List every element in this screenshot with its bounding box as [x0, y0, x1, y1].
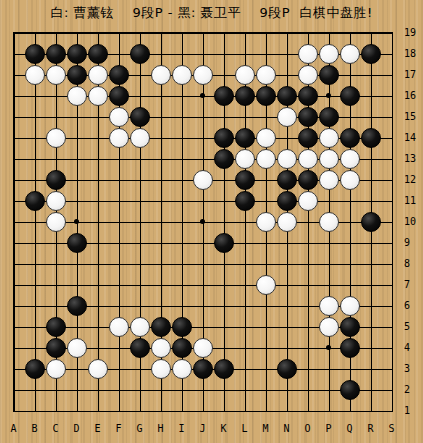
white-stone [235, 149, 255, 169]
column-label: H [150, 421, 171, 437]
column-label: Q [339, 421, 360, 437]
white-stone [193, 65, 213, 85]
black-stone [67, 233, 87, 253]
white-stone [109, 107, 129, 127]
column-label: C [45, 421, 66, 437]
black-stone [214, 149, 234, 169]
black-stone [235, 170, 255, 190]
black-stone [235, 86, 255, 106]
black-stone [130, 44, 150, 64]
white-stone [319, 149, 339, 169]
black-stone [298, 86, 318, 106]
column-label: P [318, 421, 339, 437]
black-stone [25, 44, 45, 64]
row-label: 13 [399, 148, 423, 169]
row-label: 5 [399, 316, 423, 337]
row-label: 16 [399, 85, 423, 106]
white-stone [235, 65, 255, 85]
white-stone [151, 65, 171, 85]
column-label: R [360, 421, 381, 437]
white-stone [193, 338, 213, 358]
black-stone [109, 65, 129, 85]
column-label: M [255, 421, 276, 437]
white-stone [88, 65, 108, 85]
white-stone [340, 170, 360, 190]
star-point-icon [74, 219, 79, 224]
row-label: 3 [399, 358, 423, 379]
white-stone [340, 296, 360, 316]
black-stone [46, 317, 66, 337]
row-label: 1 [399, 400, 423, 421]
star-point-icon [200, 219, 205, 224]
white-stone [256, 149, 276, 169]
column-label: E [87, 421, 108, 437]
column-label: O [297, 421, 318, 437]
black-stone [340, 86, 360, 106]
black-stone [67, 44, 87, 64]
white-stone [109, 128, 129, 148]
black-stone [25, 191, 45, 211]
black-stone [214, 359, 234, 379]
black-stone [151, 317, 171, 337]
black-stone [130, 107, 150, 127]
row-label: 7 [399, 274, 423, 295]
star-point-icon [326, 93, 331, 98]
row-label: 6 [399, 295, 423, 316]
white-stone [109, 317, 129, 337]
black-stone [235, 128, 255, 148]
white-stone [319, 128, 339, 148]
white-stone [193, 170, 213, 190]
black-stone [277, 86, 297, 106]
white-stone [46, 65, 66, 85]
white-stone [277, 149, 297, 169]
white-stone [130, 128, 150, 148]
black-stone [361, 44, 381, 64]
black-stone [214, 233, 234, 253]
column-label: I [171, 421, 192, 437]
white-stone [298, 65, 318, 85]
row-label: 12 [399, 169, 423, 190]
black-stone [361, 128, 381, 148]
black-stone [214, 128, 234, 148]
white-stone [277, 107, 297, 127]
row-label: 11 [399, 190, 423, 211]
column-label: A [3, 421, 24, 437]
white-stone [319, 212, 339, 232]
white-stone [256, 275, 276, 295]
white-stone [256, 212, 276, 232]
white-stone [151, 359, 171, 379]
white-stone [319, 317, 339, 337]
black-stone [46, 44, 66, 64]
white-stone [256, 65, 276, 85]
white-stone [172, 359, 192, 379]
black-stone [46, 338, 66, 358]
black-stone [361, 212, 381, 232]
white-stone [256, 128, 276, 148]
white-stone [172, 65, 192, 85]
black-stone [277, 191, 297, 211]
column-label: S [381, 421, 402, 437]
black-stone [25, 359, 45, 379]
white-stone [46, 191, 66, 211]
white-stone [298, 191, 318, 211]
column-label: B [24, 421, 45, 437]
white-stone [88, 86, 108, 106]
black-stone [340, 380, 360, 400]
white-stone [319, 44, 339, 64]
black-stone [319, 65, 339, 85]
black-stone [88, 44, 108, 64]
column-label: G [129, 421, 150, 437]
row-label: 19 [399, 22, 423, 43]
row-label: 2 [399, 379, 423, 400]
white-stone [340, 44, 360, 64]
column-label: K [213, 421, 234, 437]
black-stone [109, 86, 129, 106]
black-stone [256, 86, 276, 106]
star-point-icon [200, 93, 205, 98]
white-stone [298, 149, 318, 169]
white-stone [130, 317, 150, 337]
black-stone [172, 317, 192, 337]
black-stone [67, 296, 87, 316]
black-stone [67, 65, 87, 85]
white-stone [46, 212, 66, 232]
game-info-text: 白: 曹薰铉 9段P - 黑: 聂卫平 9段P 白棋中盘胜! [50, 4, 372, 22]
stones-layer[interactable] [3, 22, 402, 421]
black-stone [214, 86, 234, 106]
column-labels: ABCDEFGHIJKLMNOPQRS [3, 421, 402, 437]
white-stone [277, 212, 297, 232]
white-stone [25, 65, 45, 85]
white-stone [46, 128, 66, 148]
row-label: 15 [399, 106, 423, 127]
column-label: D [66, 421, 87, 437]
row-label: 4 [399, 337, 423, 358]
white-stone [67, 338, 87, 358]
white-stone [298, 44, 318, 64]
column-label: F [108, 421, 129, 437]
row-labels: 19181716151413121110987654321 [399, 22, 423, 421]
row-label: 18 [399, 43, 423, 64]
black-stone [172, 338, 192, 358]
black-stone [298, 107, 318, 127]
star-point-icon [326, 345, 331, 350]
black-stone [340, 128, 360, 148]
column-label: J [192, 421, 213, 437]
black-stone [298, 170, 318, 190]
white-stone [319, 170, 339, 190]
black-stone [298, 128, 318, 148]
black-stone [319, 107, 339, 127]
column-label: L [234, 421, 255, 437]
black-stone [277, 359, 297, 379]
black-stone [46, 170, 66, 190]
black-stone [193, 359, 213, 379]
row-label: 9 [399, 232, 423, 253]
black-stone [340, 338, 360, 358]
white-stone [319, 296, 339, 316]
row-label: 8 [399, 253, 423, 274]
black-stone [130, 338, 150, 358]
row-label: 14 [399, 127, 423, 148]
white-stone [340, 149, 360, 169]
column-label: N [276, 421, 297, 437]
black-stone [277, 170, 297, 190]
row-label: 17 [399, 64, 423, 85]
white-stone [67, 86, 87, 106]
white-stone [151, 338, 171, 358]
black-stone [235, 191, 255, 211]
black-stone [340, 317, 360, 337]
white-stone [88, 359, 108, 379]
row-label: 10 [399, 211, 423, 232]
white-stone [46, 359, 66, 379]
